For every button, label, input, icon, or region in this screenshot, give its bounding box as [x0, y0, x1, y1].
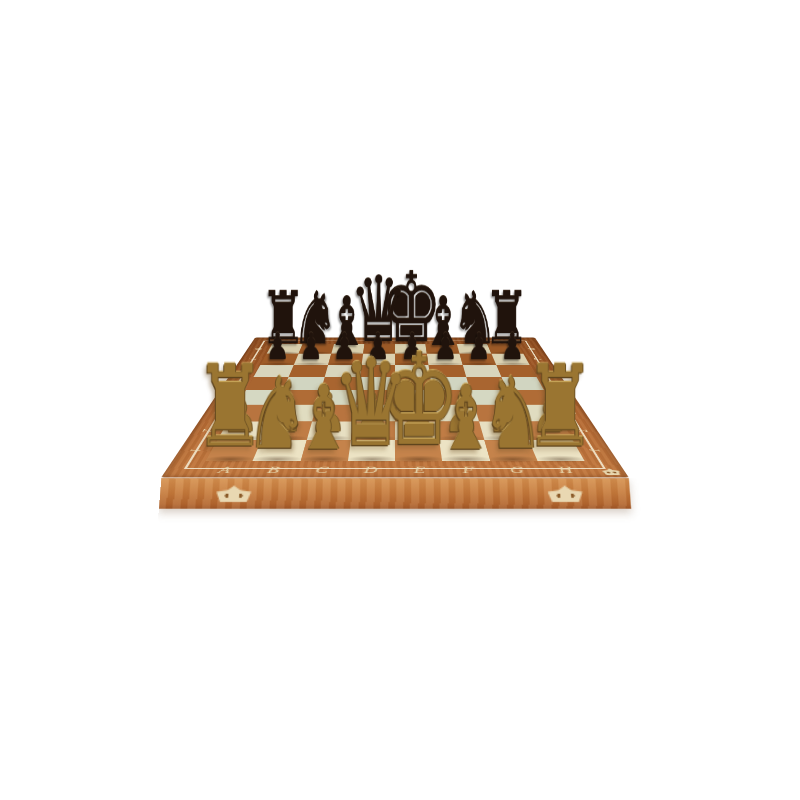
square-f1: ♝: [439, 440, 489, 461]
white-bishop: ♝: [437, 376, 494, 460]
file-labels-front: ABCDEFGH: [197, 463, 594, 476]
board-frame: ♜♞♝♛♚♝♞♜♟♟♟♟♟♟♟♟♟♟♟♟♟♟♟♟♜♞♝♛♚♝♞♜ ABCDEFG…: [161, 338, 629, 478]
file-label-d: D: [345, 463, 395, 476]
file-label-a: A: [197, 463, 252, 476]
file-label-b: B: [246, 463, 299, 476]
file-label-e: E: [395, 463, 445, 476]
file-label-c: C: [296, 463, 347, 476]
square-d1: ♛: [348, 440, 395, 461]
box-front-face: [159, 478, 631, 509]
brass-clasp-icon: [547, 486, 583, 502]
board-grid: ♜♞♝♛♚♝♞♜♟♟♟♟♟♟♟♟♟♟♟♟♟♟♟♟♜♞♝♛♚♝♞♜: [205, 344, 584, 461]
file-label-f: F: [443, 463, 494, 476]
white-bishop: ♝: [295, 376, 352, 460]
brand-crest-icon: [601, 468, 622, 474]
photo-background: ♜♞♝♛♚♝♞♜♟♟♟♟♟♟♟♟♟♟♟♟♟♟♟♟♜♞♝♛♚♝♞♜ ABCDEFG…: [0, 0, 800, 800]
brass-clasp-icon: [216, 486, 252, 502]
file-label-g: G: [491, 463, 544, 476]
square-c1: ♝: [300, 440, 350, 461]
file-label-h: H: [538, 463, 593, 476]
